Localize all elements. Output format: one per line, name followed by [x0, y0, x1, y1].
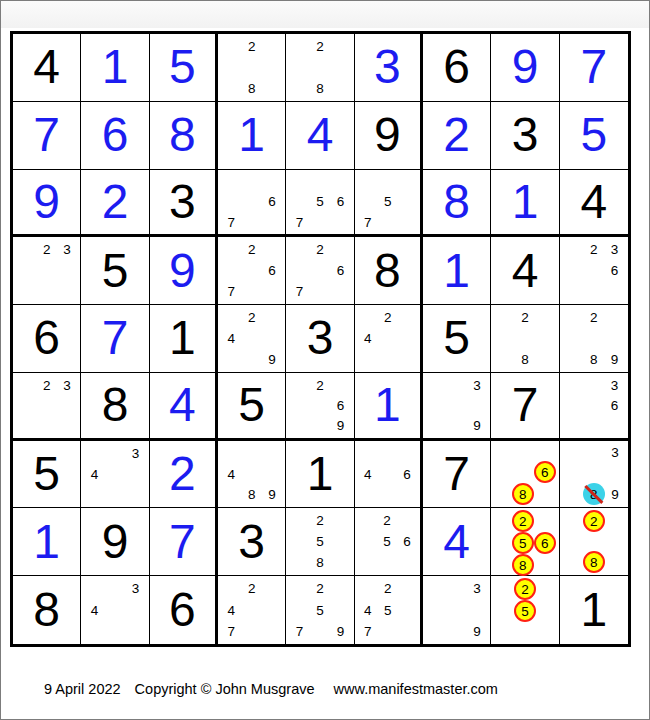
candidate-9[interactable]: 9: [262, 349, 282, 369]
cell-r2c3[interactable]: 8: [150, 102, 218, 170]
cell-r5c5[interactable]: 3: [286, 305, 354, 373]
candidate-4[interactable]: 4: [358, 600, 378, 620]
candidate-6[interactable]: 6: [605, 261, 625, 281]
cell-r6c7[interactable]: 39: [423, 373, 491, 441]
cell-r2c4[interactable]: 1: [218, 102, 286, 170]
candidate-4[interactable]: 4: [221, 464, 241, 484]
cell-r7c8[interactable]: 68: [491, 441, 559, 509]
cell-r5c4[interactable]: 249: [218, 305, 286, 373]
solved-digit: 5: [169, 43, 196, 91]
candidate-4[interactable]: 4: [221, 600, 241, 620]
candidate-3[interactable]: 3: [125, 443, 145, 463]
pencil-marks: 46: [355, 441, 420, 508]
given-digit: 7: [443, 450, 470, 498]
candidate-2[interactable]: 2: [378, 579, 398, 599]
candidate-2[interactable]: 2: [37, 375, 57, 395]
cell-r4c2[interactable]: 5: [81, 237, 149, 305]
candidate-7[interactable]: 7: [221, 282, 241, 302]
cell-r9c5[interactable]: 2579: [286, 576, 354, 644]
cell-r9c7[interactable]: 39: [423, 576, 491, 644]
given-digit: 6: [443, 43, 470, 91]
given-digit: 8: [374, 247, 401, 295]
cell-r4c4[interactable]: 267: [218, 237, 286, 305]
given-digit: 3: [238, 518, 265, 566]
footer-copyright: Copyright © John Musgrave: [135, 681, 315, 697]
cell-r8c4[interactable]: 3: [218, 508, 286, 576]
cell-r7c5[interactable]: 1: [286, 441, 354, 509]
candidate-2[interactable]: 2: [310, 375, 330, 395]
given-digit: 4: [580, 178, 607, 226]
candidate-3[interactable]: 3: [605, 240, 625, 260]
cell-r3c8[interactable]: 1: [491, 170, 559, 238]
pencil-marks: 389: [560, 441, 628, 508]
given-digit: 7: [512, 381, 539, 429]
given-digit: 1: [307, 450, 334, 498]
given-digit: 3: [307, 314, 334, 362]
cell-r6c3[interactable]: 4: [150, 373, 218, 441]
solved-digit: 1: [33, 518, 60, 566]
pencil-marks: 39: [423, 373, 490, 438]
sudoku-grid: 4152828369776814923592367567578142359267…: [10, 31, 631, 647]
candidate-6[interactable]: 6: [330, 192, 350, 212]
cell-r5c7[interactable]: 5: [423, 305, 491, 373]
cell-r7c1[interactable]: 5: [13, 441, 81, 509]
cell-r1c9[interactable]: 7: [560, 34, 628, 102]
cell-r4c3[interactable]: 9: [150, 237, 218, 305]
cell-r8c5[interactable]: 258: [286, 508, 354, 576]
candidate-2-circled[interactable]: 2: [583, 510, 605, 532]
cell-r8c9[interactable]: 28: [560, 508, 628, 576]
candidate-7[interactable]: 7: [290, 282, 310, 302]
candidate-9[interactable]: 9: [467, 621, 487, 641]
solved-digit: 1: [238, 111, 265, 159]
candidate-5-circled[interactable]: 5: [514, 600, 536, 622]
solved-digit: 1: [374, 381, 401, 429]
pencil-marks: 236: [560, 237, 628, 304]
candidate-6[interactable]: 6: [330, 261, 350, 281]
pencil-marks: 2457: [355, 576, 420, 644]
given-digit: 5: [102, 247, 129, 295]
given-digit: 5: [443, 314, 470, 362]
cell-r3c1[interactable]: 9: [13, 170, 81, 238]
solved-digit: 4: [169, 381, 196, 429]
pencil-marks: 67: [218, 170, 285, 235]
pencil-marks: 247: [218, 576, 285, 644]
candidate-2-circled[interactable]: 2: [514, 578, 536, 600]
pencil-marks: 25: [491, 576, 558, 644]
candidate-7[interactable]: 7: [358, 212, 378, 232]
candidate-3[interactable]: 3: [57, 240, 77, 260]
cell-r3c2[interactable]: 2: [81, 170, 149, 238]
cell-r5c9[interactable]: 289: [560, 305, 628, 373]
given-digit: 8: [102, 381, 129, 429]
solved-digit: 8: [169, 111, 196, 159]
candidate-3[interactable]: 3: [125, 579, 145, 599]
pencil-marks: 23: [13, 373, 80, 438]
candidate-4[interactable]: 4: [358, 328, 378, 348]
candidate-6[interactable]: 6: [262, 261, 282, 281]
cell-r5c8[interactable]: 28: [491, 305, 559, 373]
pencil-marks: 269: [286, 373, 353, 438]
footer: 9 April 2022 Copyright © John Musgrave w…: [44, 681, 498, 697]
cell-r6c1[interactable]: 23: [13, 373, 81, 441]
candidate-8[interactable]: 8: [310, 78, 330, 98]
footer-website: www.manifestmaster.com: [334, 681, 498, 697]
candidate-7[interactable]: 7: [358, 621, 378, 641]
pencil-marks: 28: [491, 305, 558, 372]
cell-r7c9[interactable]: 389: [560, 441, 628, 509]
candidate-3[interactable]: 3: [57, 375, 77, 395]
candidate-3[interactable]: 3: [467, 375, 487, 395]
cell-r2c7[interactable]: 2: [423, 102, 491, 170]
cell-r7c4[interactable]: 489: [218, 441, 286, 509]
cell-r6c6[interactable]: 1: [355, 373, 423, 441]
pencil-marks: 39: [423, 576, 490, 644]
candidate-2[interactable]: 2: [515, 308, 535, 328]
candidate-8[interactable]: 8: [242, 78, 262, 98]
candidate-8-circled[interactable]: 8: [583, 551, 605, 573]
cell-r3c4[interactable]: 67: [218, 170, 286, 238]
candidate-6-circled[interactable]: 6: [534, 532, 556, 554]
pencil-marks: 256: [355, 508, 420, 575]
cell-r9c3[interactable]: 6: [150, 576, 218, 644]
cell-r8c1[interactable]: 1: [13, 508, 81, 576]
cell-r4c9[interactable]: 236: [560, 237, 628, 305]
solved-digit: 7: [102, 314, 129, 362]
cell-r3c7[interactable]: 8: [423, 170, 491, 238]
pencil-marks: 489: [218, 441, 285, 508]
given-digit: 6: [33, 314, 60, 362]
solved-digit: 9: [512, 43, 539, 91]
given-digit: 9: [374, 111, 401, 159]
given-digit: 4: [33, 43, 60, 91]
candidate-8[interactable]: 8: [584, 349, 604, 369]
cell-r1c1[interactable]: 4: [13, 34, 81, 102]
candidate-7[interactable]: 7: [221, 621, 241, 641]
solved-digit: 9: [169, 247, 196, 295]
solved-digit: 4: [443, 518, 470, 566]
candidate-7[interactable]: 7: [290, 621, 310, 641]
candidate-2[interactable]: 2: [242, 308, 262, 328]
title-bar: [1, 1, 649, 28]
candidate-5[interactable]: 5: [310, 192, 330, 212]
pencil-marks: 34: [81, 576, 148, 644]
pencil-marks: 36: [560, 373, 628, 438]
solved-digit: 2: [169, 450, 196, 498]
cell-r2c6[interactable]: 9: [355, 102, 423, 170]
solved-digit: 7: [33, 111, 60, 159]
candidate-6[interactable]: 6: [330, 395, 350, 415]
pencil-marks: 2568: [491, 508, 558, 575]
candidate-6[interactable]: 6: [397, 532, 417, 552]
pencil-marks: 267: [218, 237, 285, 304]
pencil-marks: 289: [560, 305, 628, 372]
cell-r1c6[interactable]: 3: [355, 34, 423, 102]
cell-r8c6[interactable]: 256: [355, 508, 423, 576]
given-digit: 1: [580, 586, 607, 634]
candidate-9[interactable]: 9: [262, 485, 282, 505]
cell-r9c8[interactable]: 25: [491, 576, 559, 644]
cell-r3c5[interactable]: 567: [286, 170, 354, 238]
given-digit: 3: [169, 178, 196, 226]
cell-r3c9[interactable]: 4: [560, 170, 628, 238]
solved-digit: 8: [443, 178, 470, 226]
cell-r4c8[interactable]: 4: [491, 237, 559, 305]
given-digit: 8: [33, 586, 60, 634]
candidate-3[interactable]: 3: [605, 375, 625, 395]
candidate-4[interactable]: 4: [85, 464, 105, 484]
cell-r4c1[interactable]: 23: [13, 237, 81, 305]
cell-r4c6[interactable]: 8: [355, 237, 423, 305]
pencil-marks: 28: [560, 508, 628, 575]
candidate-8[interactable]: 8: [242, 485, 262, 505]
solved-digit: 1: [443, 247, 470, 295]
pencil-marks: 34: [81, 441, 148, 508]
cell-r1c2[interactable]: 1: [81, 34, 149, 102]
candidate-6[interactable]: 6: [262, 192, 282, 212]
candidate-8-eliminated[interactable]: 8: [583, 483, 605, 505]
cell-r6c4[interactable]: 5: [218, 373, 286, 441]
candidate-2[interactable]: 2: [37, 240, 57, 260]
cell-r2c8[interactable]: 3: [491, 102, 559, 170]
candidate-3[interactable]: 3: [467, 579, 487, 599]
cell-r9c6[interactable]: 2457: [355, 576, 423, 644]
candidate-8-circled[interactable]: 8: [512, 483, 534, 505]
cell-r6c5[interactable]: 269: [286, 373, 354, 441]
solved-digit: 1: [512, 178, 539, 226]
candidate-2[interactable]: 2: [242, 579, 262, 599]
solved-digit: 7: [169, 518, 196, 566]
cell-r8c2[interactable]: 9: [81, 508, 149, 576]
cell-r5c2[interactable]: 7: [81, 305, 149, 373]
candidate-2[interactable]: 2: [377, 511, 397, 531]
candidate-2-circled[interactable]: 2: [512, 510, 534, 532]
candidate-2[interactable]: 2: [242, 36, 262, 56]
candidate-6[interactable]: 6: [605, 395, 625, 415]
candidate-8[interactable]: 8: [515, 349, 535, 369]
solved-digit: 6: [102, 111, 129, 159]
given-digit: 1: [169, 314, 196, 362]
pencil-marks: 28: [286, 34, 353, 101]
cell-r2c9[interactable]: 5: [560, 102, 628, 170]
pencil-marks: 249: [218, 305, 285, 372]
cell-r5c1[interactable]: 6: [13, 305, 81, 373]
cell-r3c3[interactable]: 3: [150, 170, 218, 238]
pencil-marks: 267: [286, 237, 353, 304]
candidate-2[interactable]: 2: [310, 511, 330, 531]
solved-digit: 7: [580, 43, 607, 91]
pencil-marks: 57: [355, 170, 420, 235]
candidate-6[interactable]: 6: [397, 464, 417, 484]
solved-digit: 3: [374, 43, 401, 91]
cell-r8c7[interactable]: 4: [423, 508, 491, 576]
pencil-marks: 2579: [286, 576, 353, 644]
candidate-4[interactable]: 4: [85, 600, 105, 620]
candidate-8-circled[interactable]: 8: [512, 554, 534, 576]
candidate-5[interactable]: 5: [310, 532, 330, 552]
cell-r8c8[interactable]: 2568: [491, 508, 559, 576]
pencil-marks: 567: [286, 170, 353, 235]
solved-digit: 4: [307, 111, 334, 159]
footer-date: 9 April 2022: [44, 681, 121, 697]
cell-r9c1[interactable]: 8: [13, 576, 81, 644]
given-digit: 5: [33, 450, 60, 498]
candidate-5-circled[interactable]: 5: [512, 532, 534, 554]
pencil-marks: 28: [218, 34, 285, 101]
cell-r1c7[interactable]: 6: [423, 34, 491, 102]
candidate-5[interactable]: 5: [310, 600, 330, 620]
candidate-4[interactable]: 4: [358, 464, 378, 484]
cell-r7c7[interactable]: 7: [423, 441, 491, 509]
candidate-9[interactable]: 9: [467, 416, 487, 436]
cell-r6c9[interactable]: 36: [560, 373, 628, 441]
candidate-9[interactable]: 9: [605, 484, 625, 504]
cell-r7c3[interactable]: 2: [150, 441, 218, 509]
candidate-2[interactable]: 2: [584, 240, 604, 260]
cell-r6c2[interactable]: 8: [81, 373, 149, 441]
solved-digit: 2: [102, 178, 129, 226]
candidate-3[interactable]: 3: [605, 443, 625, 463]
cell-r1c8[interactable]: 9: [491, 34, 559, 102]
app-window: 4152828369776814923592367567578142359267…: [0, 0, 650, 720]
given-digit: 6: [169, 586, 196, 634]
cell-r9c9[interactable]: 1: [560, 576, 628, 644]
given-digit: 3: [512, 111, 539, 159]
cell-r1c3[interactable]: 5: [150, 34, 218, 102]
cell-r1c4[interactable]: 28: [218, 34, 286, 102]
cell-r2c5[interactable]: 4: [286, 102, 354, 170]
candidate-6-circled[interactable]: 6: [534, 461, 556, 483]
candidate-4[interactable]: 4: [221, 328, 241, 348]
candidate-2[interactable]: 2: [242, 240, 262, 260]
candidate-7[interactable]: 7: [221, 212, 241, 232]
candidate-5[interactable]: 5: [378, 192, 398, 212]
candidate-2[interactable]: 2: [310, 240, 330, 260]
cell-r5c6[interactable]: 24: [355, 305, 423, 373]
cell-r3c6[interactable]: 57: [355, 170, 423, 238]
candidate-5[interactable]: 5: [377, 532, 397, 552]
candidate-2[interactable]: 2: [310, 579, 330, 599]
pencil-marks: 24: [355, 305, 420, 372]
given-digit: 9: [102, 518, 129, 566]
cell-r6c8[interactable]: 7: [491, 373, 559, 441]
candidate-9[interactable]: 9: [605, 349, 625, 369]
candidate-2[interactable]: 2: [378, 308, 398, 328]
candidate-2[interactable]: 2: [310, 36, 330, 56]
pencil-marks: 68: [491, 441, 558, 508]
cell-r2c1[interactable]: 7: [13, 102, 81, 170]
cell-r4c7[interactable]: 1: [423, 237, 491, 305]
cell-r2c2[interactable]: 6: [81, 102, 149, 170]
solved-digit: 9: [33, 178, 60, 226]
pencil-marks: 23: [13, 237, 80, 304]
given-digit: 4: [512, 247, 539, 295]
cell-r1c5[interactable]: 28: [286, 34, 354, 102]
candidate-8[interactable]: 8: [310, 553, 330, 573]
solved-digit: 1: [102, 43, 129, 91]
cell-r9c4[interactable]: 247: [218, 576, 286, 644]
cell-r7c6[interactable]: 46: [355, 441, 423, 509]
solved-digit: 5: [580, 111, 607, 159]
cell-r4c5[interactable]: 267: [286, 237, 354, 305]
candidate-2[interactable]: 2: [584, 308, 604, 328]
cell-r5c3[interactable]: 1: [150, 305, 218, 373]
cell-r9c2[interactable]: 34: [81, 576, 149, 644]
cell-r8c3[interactable]: 7: [150, 508, 218, 576]
solved-digit: 2: [443, 111, 470, 159]
candidate-7[interactable]: 7: [290, 212, 310, 232]
candidate-9[interactable]: 9: [330, 621, 350, 641]
given-digit: 5: [238, 381, 265, 429]
candidate-9[interactable]: 9: [330, 416, 350, 436]
pencil-marks: 258: [286, 508, 353, 575]
cell-r7c2[interactable]: 34: [81, 441, 149, 509]
candidate-5[interactable]: 5: [378, 600, 398, 620]
